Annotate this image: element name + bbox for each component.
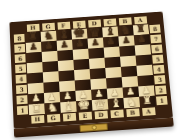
file-label-b-bottom: B: [126, 108, 140, 117]
frame-edge: E: [77, 111, 94, 122]
frame-edge: B: [124, 107, 141, 118]
brass-clasp-latch: [80, 123, 108, 132]
rank-label-8-left: 8: [14, 34, 25, 43]
rank-label-3-right: 3: [154, 75, 166, 84]
black-pawn: ♟: [45, 41, 54, 51]
frame-edge: F: [61, 112, 77, 123]
white-knight: ♞: [47, 101, 58, 113]
frame-edge: D: [93, 110, 110, 121]
white-rook: ♜: [142, 95, 153, 106]
black-pawn: ♟: [29, 42, 38, 52]
rank-label-6-left: 6: [15, 54, 26, 63]
chess-board: HGFEDCBA8♜♞♝♚♛♝♞♜87♟♟♟♟♟♟♟♟7665544332♟♟♟…: [9, 12, 173, 129]
rank-label-1-left: 1: [17, 106, 28, 115]
frame-corner: [156, 105, 170, 116]
rank-label-6-right: 6: [151, 44, 162, 53]
chess-box: HGFEDCBA8♜♞♝♚♛♝♞♜87♟♟♟♟♟♟♟♟7665544332♟♟♟…: [9, 12, 173, 138]
product-photo-backdrop: HGFEDCBA8♜♞♝♚♛♝♞♜87♟♟♟♟♟♟♟♟7665544332♟♟♟…: [0, 0, 189, 140]
rank-label-8-right: 8: [149, 24, 160, 33]
rank-label-2-left: 2: [16, 95, 27, 104]
white-bishop: ♝: [62, 100, 74, 113]
file-label-a-bottom: A: [142, 107, 156, 116]
file-label-d-bottom: D: [94, 111, 107, 120]
file-label-g-bottom: G: [47, 114, 60, 123]
rank-label-3-left: 3: [16, 85, 27, 94]
rank-label-2-right: 2: [155, 85, 167, 94]
rank-label-5-left: 5: [15, 64, 26, 73]
clasp-knob: [91, 125, 96, 130]
file-label-h-bottom: H: [31, 115, 44, 124]
frame-edge: H: [29, 114, 45, 125]
frame-edge: G: [45, 113, 61, 124]
frame-edge: A: [140, 106, 157, 117]
rank-label-4-right: 4: [153, 65, 165, 74]
rank-label-1-right: 1: [156, 96, 168, 105]
black-pawn: ♟: [75, 38, 84, 48]
black-pawn: ♟: [60, 39, 69, 49]
rank-label-7-left: 7: [14, 44, 25, 53]
board-grid: HGFEDCBA8♜♞♝♚♛♝♞♜87♟♟♟♟♟♟♟♟7665544332♟♟♟…: [12, 14, 169, 125]
file-label-c-bottom: C: [110, 110, 123, 119]
black-pawn: ♟: [137, 34, 146, 44]
frame-corner: [16, 115, 29, 126]
frame-edge: C: [108, 108, 125, 119]
file-label-f-bottom: F: [62, 113, 75, 122]
rank-label-5-right: 5: [152, 55, 164, 64]
rank-label-4-left: 4: [16, 74, 27, 83]
white-rook: ♜: [32, 103, 42, 114]
black-pawn: ♟: [91, 37, 100, 47]
file-label-e-bottom: E: [78, 112, 91, 121]
black-pawn: ♟: [106, 36, 115, 46]
white-knight: ♞: [126, 96, 138, 108]
white-bishop: ♝: [110, 96, 122, 109]
rank-label-7-right: 7: [150, 34, 161, 43]
black-pawn: ♟: [122, 35, 131, 45]
